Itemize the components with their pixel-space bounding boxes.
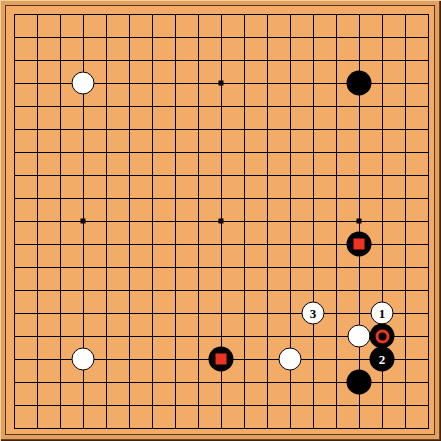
stone-white-d16[interactable]: [72, 72, 95, 95]
move-number-label: 3: [310, 307, 317, 320]
goban[interactable]: 312: [5, 5, 435, 435]
stone-white-n4[interactable]: [279, 348, 302, 371]
stone-white-r6[interactable]: 1: [371, 302, 394, 325]
hoshi-point: [81, 219, 86, 224]
stone-black-r5[interactable]: [370, 324, 395, 349]
hoshi-point: [219, 219, 224, 224]
go-board-diagram: 312: [0, 0, 441, 441]
stone-black-q9[interactable]: [347, 232, 372, 257]
move-number-label: 1: [379, 307, 386, 320]
stone-black-r4[interactable]: 2: [370, 347, 395, 372]
red-circle-marker-icon: [375, 329, 389, 343]
hoshi-point: [219, 81, 224, 86]
stone-white-d4[interactable]: [72, 348, 95, 371]
move-number-label: 2: [379, 353, 386, 366]
stone-white-q5[interactable]: [348, 325, 371, 348]
red-square-marker-icon: [216, 354, 227, 365]
red-square-marker-icon: [354, 239, 365, 250]
stone-black-q3[interactable]: [347, 370, 372, 395]
hoshi-point: [357, 219, 362, 224]
stone-black-q16[interactable]: [347, 71, 372, 96]
stone-black-k4[interactable]: [209, 347, 234, 372]
stone-white-o6[interactable]: 3: [302, 302, 325, 325]
grid-lines: 312: [14, 14, 429, 429]
